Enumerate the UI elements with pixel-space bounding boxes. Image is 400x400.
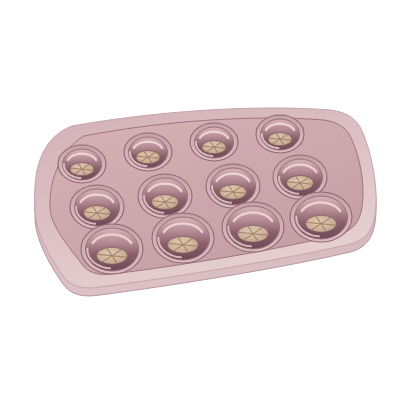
muffin-cup-r1c1	[58, 145, 106, 183]
muffin-cup-r2c2	[138, 174, 192, 218]
muffin-cup-r3c2	[152, 213, 214, 263]
muffin-cup-r2c1	[70, 185, 124, 229]
muffin-cup-r1c2	[124, 133, 172, 171]
muffin-cup-r1c4	[256, 115, 304, 153]
muffin-cup-r1c3	[190, 123, 238, 161]
muffin-cup-r3c3	[222, 202, 284, 252]
muffin-cup-r3c1	[81, 224, 143, 274]
muffin-cup-r2c3	[206, 164, 260, 208]
muffin-cup-r3c4	[290, 192, 352, 242]
product-photo	[0, 0, 400, 400]
muffin-pan-image	[0, 0, 400, 400]
